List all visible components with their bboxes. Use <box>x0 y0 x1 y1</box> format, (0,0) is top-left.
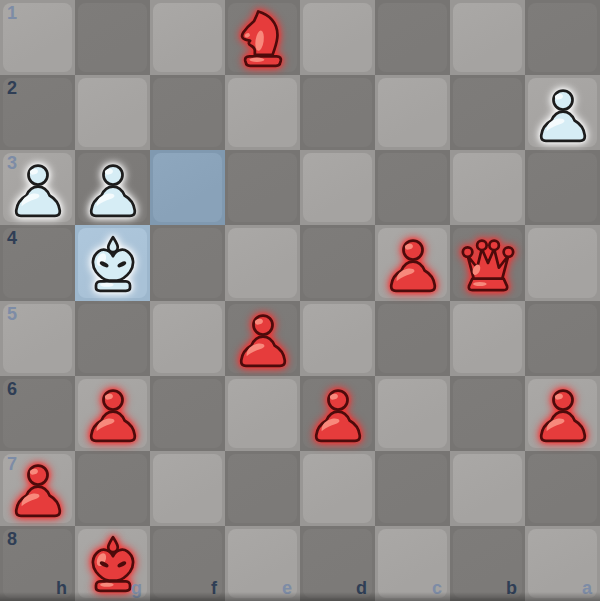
square-inset <box>378 379 447 448</box>
square-g4[interactable] <box>75 225 150 300</box>
square-inset <box>453 78 522 147</box>
square-f3[interactable] <box>150 150 225 225</box>
square-inset <box>303 228 372 297</box>
square-c8[interactable]: c <box>375 526 450 601</box>
square-inset <box>378 454 447 523</box>
rank-label-2: 2 <box>7 79 17 97</box>
square-inset <box>528 153 597 222</box>
rank-label-6: 6 <box>7 380 17 398</box>
square-f5[interactable] <box>150 301 225 376</box>
square-c4[interactable] <box>375 225 450 300</box>
square-f1[interactable] <box>150 0 225 75</box>
square-inset <box>453 153 522 222</box>
square-inset <box>153 153 222 222</box>
red-king-icon <box>79 531 147 599</box>
square-inset <box>528 529 597 598</box>
square-inset <box>303 304 372 373</box>
file-label-h: h <box>56 579 67 597</box>
square-g6[interactable] <box>75 376 150 451</box>
rank-label-4: 4 <box>7 229 17 247</box>
square-e6[interactable] <box>225 376 300 451</box>
square-inset <box>153 3 222 72</box>
square-c1[interactable] <box>375 0 450 75</box>
square-inset <box>378 529 447 598</box>
square-a8[interactable]: a <box>525 526 600 601</box>
square-g2[interactable] <box>75 75 150 150</box>
square-b7[interactable] <box>450 451 525 526</box>
white-pawn-icon <box>79 156 147 224</box>
white-pawn-icon <box>529 81 597 149</box>
square-inset <box>228 228 297 297</box>
square-inset <box>78 3 147 72</box>
square-h1[interactable]: 1 <box>0 0 75 75</box>
red-pawn-icon <box>4 456 72 524</box>
square-b3[interactable] <box>450 150 525 225</box>
piece-red-pawn[interactable] <box>375 225 450 300</box>
square-c5[interactable] <box>375 301 450 376</box>
square-a3[interactable] <box>525 150 600 225</box>
square-inset <box>303 454 372 523</box>
white-king-icon <box>79 231 147 299</box>
piece-red-queen[interactable] <box>450 225 525 300</box>
square-inset <box>378 78 447 147</box>
piece-red-king[interactable] <box>75 526 150 601</box>
square-a5[interactable] <box>525 301 600 376</box>
piece-white-pawn[interactable] <box>525 75 600 150</box>
square-e5[interactable] <box>225 301 300 376</box>
red-pawn-icon <box>304 381 372 449</box>
square-e3[interactable] <box>225 150 300 225</box>
square-inset <box>153 454 222 523</box>
square-inset <box>78 454 147 523</box>
square-f7[interactable] <box>150 451 225 526</box>
square-f6[interactable] <box>150 376 225 451</box>
square-inset <box>153 529 222 598</box>
square-h4[interactable]: 4 <box>0 225 75 300</box>
square-b2[interactable] <box>450 75 525 150</box>
square-b8[interactable]: b <box>450 526 525 601</box>
piece-white-king[interactable] <box>75 225 150 300</box>
file-label-d: d <box>356 579 367 597</box>
square-e2[interactable] <box>225 75 300 150</box>
file-label-c: c <box>432 579 442 597</box>
piece-red-pawn[interactable] <box>225 301 300 376</box>
square-e1[interactable] <box>225 0 300 75</box>
white-pawn-icon <box>4 156 72 224</box>
square-g5[interactable] <box>75 301 150 376</box>
square-d2[interactable] <box>300 75 375 150</box>
square-e4[interactable] <box>225 225 300 300</box>
square-g8[interactable]: g <box>75 526 150 601</box>
square-g3[interactable] <box>75 150 150 225</box>
piece-white-pawn[interactable] <box>75 150 150 225</box>
square-inset <box>303 3 372 72</box>
square-inset <box>378 153 447 222</box>
square-f8[interactable]: f <box>150 526 225 601</box>
square-inset <box>78 304 147 373</box>
red-pawn-icon <box>379 231 447 299</box>
square-inset <box>153 78 222 147</box>
square-inset <box>3 529 72 598</box>
piece-red-pawn[interactable] <box>75 376 150 451</box>
square-a7[interactable] <box>525 451 600 526</box>
square-inset <box>153 379 222 448</box>
square-inset <box>3 78 72 147</box>
square-d5[interactable] <box>300 301 375 376</box>
square-h2[interactable]: 2 <box>0 75 75 150</box>
square-inset <box>528 3 597 72</box>
rank-label-1: 1 <box>7 4 17 22</box>
square-h6[interactable]: 6 <box>0 376 75 451</box>
chess-board: 1 2 3 4 5 <box>0 0 600 601</box>
square-inset <box>3 304 72 373</box>
square-h5[interactable]: 5 <box>0 301 75 376</box>
square-inset <box>453 304 522 373</box>
square-a2[interactable] <box>525 75 600 150</box>
square-d6[interactable] <box>300 376 375 451</box>
piece-red-pawn[interactable] <box>0 451 75 526</box>
square-inset <box>528 228 597 297</box>
square-d7[interactable] <box>300 451 375 526</box>
square-c3[interactable] <box>375 150 450 225</box>
piece-red-pawn[interactable] <box>525 376 600 451</box>
file-label-a: a <box>582 579 592 597</box>
square-inset <box>228 78 297 147</box>
square-inset <box>528 454 597 523</box>
rank-label-8: 8 <box>7 530 17 548</box>
red-knight-icon <box>229 6 297 74</box>
square-g1[interactable] <box>75 0 150 75</box>
square-c2[interactable] <box>375 75 450 150</box>
square-b4[interactable] <box>450 225 525 300</box>
red-queen-icon <box>454 231 522 299</box>
square-inset <box>303 153 372 222</box>
square-inset <box>528 304 597 373</box>
square-g7[interactable] <box>75 451 150 526</box>
square-inset <box>78 78 147 147</box>
square-inset <box>3 379 72 448</box>
square-h3[interactable]: 3 <box>0 150 75 225</box>
file-label-b: b <box>506 579 517 597</box>
square-a1[interactable] <box>525 0 600 75</box>
square-h7[interactable]: 7 <box>0 451 75 526</box>
red-pawn-icon <box>229 306 297 374</box>
square-f4[interactable] <box>150 225 225 300</box>
square-inset <box>228 529 297 598</box>
square-inset <box>378 304 447 373</box>
square-inset <box>3 3 72 72</box>
square-inset <box>228 454 297 523</box>
square-c7[interactable] <box>375 451 450 526</box>
square-b5[interactable] <box>450 301 525 376</box>
red-pawn-icon <box>79 381 147 449</box>
square-inset <box>453 3 522 72</box>
piece-red-knight[interactable] <box>225 0 300 75</box>
square-inset <box>303 529 372 598</box>
piece-white-pawn[interactable] <box>0 150 75 225</box>
square-e8[interactable]: e <box>225 526 300 601</box>
square-inset <box>153 304 222 373</box>
square-e7[interactable] <box>225 451 300 526</box>
square-inset <box>378 3 447 72</box>
square-b6[interactable] <box>450 376 525 451</box>
square-h8[interactable]: 8h <box>0 526 75 601</box>
piece-red-pawn[interactable] <box>300 376 375 451</box>
square-b1[interactable] <box>450 0 525 75</box>
square-inset <box>453 379 522 448</box>
square-c6[interactable] <box>375 376 450 451</box>
square-d1[interactable] <box>300 0 375 75</box>
square-inset <box>228 379 297 448</box>
file-label-f: f <box>211 579 217 597</box>
red-pawn-icon <box>529 381 597 449</box>
square-d4[interactable] <box>300 225 375 300</box>
square-f2[interactable] <box>150 75 225 150</box>
rank-label-5: 5 <box>7 305 17 323</box>
square-d3[interactable] <box>300 150 375 225</box>
square-inset <box>3 228 72 297</box>
square-inset <box>453 529 522 598</box>
square-a6[interactable] <box>525 376 600 451</box>
square-inset <box>453 454 522 523</box>
square-d8[interactable]: d <box>300 526 375 601</box>
file-label-e: e <box>282 579 292 597</box>
square-inset <box>228 153 297 222</box>
square-inset <box>303 78 372 147</box>
square-inset <box>153 228 222 297</box>
square-a4[interactable] <box>525 225 600 300</box>
